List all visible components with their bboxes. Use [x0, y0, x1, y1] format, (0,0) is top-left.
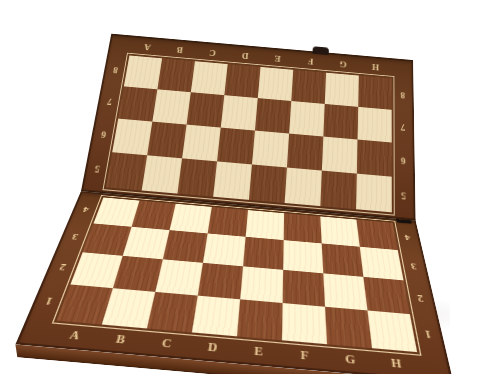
- square-g5: [320, 171, 356, 210]
- square-h3: [360, 247, 404, 281]
- rank-label-3: 3: [410, 262, 418, 271]
- square-e3: [243, 237, 284, 270]
- square-c1: [147, 292, 198, 333]
- file-label-e: E: [274, 54, 281, 63]
- rank-label-1: 1: [424, 328, 433, 339]
- square-f2: [283, 270, 325, 307]
- square-g3: [322, 243, 364, 276]
- file-label-h: H: [372, 62, 380, 71]
- rank-label-5: 5: [401, 190, 406, 200]
- file-label-g: G: [345, 354, 357, 366]
- square-c8: [191, 61, 228, 95]
- square-e7: [255, 98, 291, 133]
- file-label-f: F: [300, 350, 309, 362]
- square-b4: [132, 201, 176, 230]
- square-d7: [221, 95, 258, 130]
- square-d5: [213, 161, 252, 199]
- square-a5: [106, 152, 147, 190]
- rank-label-7: 7: [400, 122, 405, 132]
- square-b3: [123, 227, 170, 260]
- rank-labels-upper-right: 8765: [392, 78, 416, 214]
- rank-label-8: 8: [112, 65, 119, 74]
- rank-label-4: 4: [404, 233, 411, 241]
- square-f3: [283, 240, 323, 273]
- file-label-d: D: [207, 342, 218, 354]
- clasp: [312, 46, 329, 55]
- file-label-b: B: [115, 334, 127, 346]
- file-label-b: B: [176, 45, 184, 54]
- file-label-d: D: [241, 51, 249, 60]
- square-h7: [358, 107, 392, 143]
- square-h2: [363, 277, 410, 314]
- square-f1: [282, 303, 327, 344]
- rank-label-3: 3: [71, 232, 80, 241]
- file-label-e: E: [254, 346, 264, 358]
- square-d2: [198, 263, 243, 299]
- file-label-a: A: [68, 330, 82, 342]
- square-e1: [237, 299, 283, 340]
- square-g6: [322, 137, 358, 174]
- square-a8: [124, 55, 162, 89]
- square-b6: [147, 122, 186, 159]
- square-d3: [203, 233, 246, 266]
- square-f7: [289, 101, 325, 137]
- square-h4: [356, 220, 397, 250]
- file-label-h: H: [391, 358, 403, 371]
- square-e4: [246, 210, 284, 240]
- square-d6: [217, 128, 255, 165]
- square-f8: [291, 70, 326, 104]
- square-g8: [325, 73, 359, 107]
- file-label-c: C: [209, 48, 217, 57]
- rank-label-7: 7: [106, 97, 113, 106]
- rank-label-5: 5: [94, 163, 101, 173]
- square-d1: [192, 296, 240, 337]
- playing-field-upper: [106, 55, 392, 212]
- square-f4: [284, 213, 322, 243]
- rank-label-2: 2: [58, 262, 68, 271]
- file-label-g: G: [339, 59, 347, 68]
- square-a7: [118, 86, 157, 121]
- board-half-upper: ABCDEFGH 8765 8765: [81, 34, 416, 221]
- square-c5: [177, 158, 217, 196]
- square-b8: [157, 58, 195, 92]
- rank-label-8: 8: [400, 90, 405, 99]
- square-h8: [358, 76, 391, 110]
- square-f6: [287, 134, 323, 171]
- square-f5: [285, 168, 322, 207]
- file-label-c: C: [161, 338, 173, 350]
- square-b7: [152, 89, 190, 124]
- square-g4: [320, 216, 359, 246]
- square-c2: [155, 259, 203, 295]
- square-e8: [258, 67, 294, 101]
- file-label-f: F: [307, 57, 313, 66]
- rank-label-2: 2: [416, 293, 424, 303]
- square-g7: [323, 104, 358, 140]
- square-h6: [357, 140, 392, 177]
- square-g2: [323, 273, 367, 310]
- rank-label-6: 6: [401, 155, 406, 165]
- rank-label-1: 1: [44, 295, 55, 306]
- file-label-a: A: [143, 42, 151, 51]
- square-a6: [112, 119, 152, 156]
- rank-label-4: 4: [82, 205, 91, 213]
- square-d8: [224, 64, 260, 98]
- square-e5: [249, 164, 287, 203]
- product-photo-folding-chessboard: ABCDEFGH 8765 8765 ABCDEFGH 4321 4321: [0, 0, 500, 374]
- square-b5: [142, 155, 182, 193]
- square-c4: [170, 204, 212, 234]
- square-c7: [187, 92, 225, 127]
- square-c3: [163, 230, 208, 263]
- square-h5: [356, 174, 392, 213]
- square-g1: [325, 307, 372, 348]
- square-e2: [240, 266, 283, 303]
- square-e6: [252, 131, 289, 168]
- square-c6: [182, 125, 221, 162]
- rank-label-6: 6: [100, 129, 107, 139]
- square-h1: [367, 310, 417, 352]
- square-d4: [208, 207, 248, 237]
